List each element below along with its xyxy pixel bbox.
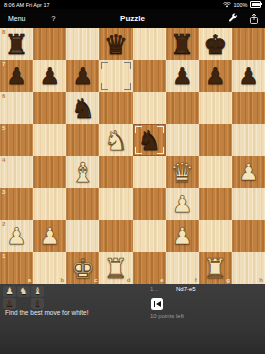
square-c6[interactable]: ♞ <box>66 92 99 124</box>
rank-label-3: 3 <box>2 189 5 195</box>
square-a5[interactable]: 5 <box>0 124 33 156</box>
square-g1[interactable]: g♜ <box>199 252 232 284</box>
share-icon[interactable] <box>249 13 259 25</box>
piece-black-knight-e5[interactable]: ♞ <box>133 124 166 156</box>
piece-white-pawn-f2[interactable]: ♟ <box>166 220 199 252</box>
square-h7[interactable]: ♟ <box>232 60 265 92</box>
square-e3[interactable] <box>133 188 166 220</box>
square-f3[interactable]: ♟ <box>166 188 199 220</box>
piece-white-pawn-a2[interactable]: ♟ <box>0 220 33 252</box>
square-f5[interactable] <box>166 124 199 156</box>
square-e6[interactable] <box>133 92 166 124</box>
square-e2[interactable] <box>133 220 166 252</box>
square-b3[interactable] <box>33 188 66 220</box>
settings-wrench-icon[interactable] <box>227 13 238 24</box>
piece-black-pawn-c7[interactable]: ♟ <box>66 60 99 92</box>
skip-to-start-button[interactable] <box>151 298 163 310</box>
square-h6[interactable] <box>232 92 265 124</box>
square-g8[interactable]: ♚ <box>199 28 232 60</box>
square-d8[interactable]: ♛ <box>99 28 132 60</box>
battery-percent-label: 100% <box>233 2 247 8</box>
piece-white-pawn-f3[interactable]: ♟ <box>166 188 199 220</box>
square-f2[interactable]: ♟ <box>166 220 199 252</box>
square-e4[interactable] <box>133 156 166 188</box>
square-a6[interactable]: 6 <box>0 92 33 124</box>
square-d3[interactable] <box>99 188 132 220</box>
app-screen: 8:06 AM Fri Apr 17 100% Menu ? Puzzle <box>0 0 265 354</box>
square-a1[interactable]: 1a <box>0 252 33 284</box>
menu-button[interactable]: Menu <box>8 15 26 22</box>
piece-black-pawn-a7[interactable]: ♟ <box>0 60 33 92</box>
piece-black-rook-f8[interactable]: ♜ <box>166 28 199 60</box>
captured-white-knight: ♞ <box>17 286 30 297</box>
square-a8[interactable]: 8♜ <box>0 28 33 60</box>
square-g5[interactable] <box>199 124 232 156</box>
square-a4[interactable]: 4 <box>0 156 33 188</box>
rank-label-1: 1 <box>2 253 5 259</box>
piece-white-king-c1[interactable]: ♚ <box>66 252 99 284</box>
square-c3[interactable] <box>66 188 99 220</box>
square-b1[interactable]: b <box>33 252 66 284</box>
square-g4[interactable] <box>199 156 232 188</box>
square-g2[interactable] <box>199 220 232 252</box>
skip-triangle-icon <box>156 301 161 307</box>
square-c1[interactable]: c♚ <box>66 252 99 284</box>
last-move-from-marker <box>101 62 130 90</box>
square-a2[interactable]: 2♟ <box>0 220 33 252</box>
rank-label-5: 5 <box>2 125 5 131</box>
square-d2[interactable] <box>99 220 132 252</box>
piece-black-king-g8[interactable]: ♚ <box>199 28 232 60</box>
file-label-a: a <box>28 277 31 283</box>
square-c5[interactable] <box>66 124 99 156</box>
square-e1[interactable]: e <box>133 252 166 284</box>
piece-black-queen-d8[interactable]: ♛ <box>99 28 132 60</box>
last-move-text[interactable]: Nd7-e5 <box>176 286 196 292</box>
nav-bar: Menu ? Puzzle <box>0 9 265 28</box>
square-f8[interactable]: ♜ <box>166 28 199 60</box>
piece-white-rook-g1[interactable]: ♜ <box>199 252 232 284</box>
puzzle-prompt: Find the best move for white! <box>5 309 88 316</box>
battery-icon <box>250 1 261 8</box>
captured-white-pawn: ♟ <box>3 286 16 297</box>
piece-black-pawn-g7[interactable]: ♟ <box>199 60 232 92</box>
captured-white-bishop: ♝ <box>31 286 44 297</box>
chess-board: 8♜♛♜♚7♟♟♟♟♟♟6♞5♞♞4♝♛♟3♟2♟♟♟1abc♚d♜efg♜h <box>0 28 265 284</box>
square-d6[interactable] <box>99 92 132 124</box>
square-d5[interactable]: ♞ <box>99 124 132 156</box>
square-f7[interactable]: ♟ <box>166 60 199 92</box>
square-g6[interactable] <box>199 92 232 124</box>
square-b8[interactable] <box>33 28 66 60</box>
square-f1[interactable]: f <box>166 252 199 284</box>
square-e7[interactable] <box>133 60 166 92</box>
status-bar: 8:06 AM Fri Apr 17 100% <box>0 0 265 9</box>
square-c7[interactable]: ♟ <box>66 60 99 92</box>
square-h3[interactable] <box>232 188 265 220</box>
piece-white-knight-d5[interactable]: ♞ <box>99 124 132 156</box>
points-left-label: 10 points left <box>150 313 184 319</box>
square-c8[interactable] <box>66 28 99 60</box>
square-d4[interactable] <box>99 156 132 188</box>
piece-white-pawn-h4[interactable]: ♟ <box>232 156 265 188</box>
captured-pieces-tray: ♟♞♝♟♝ <box>3 286 44 309</box>
piece-black-rook-a8[interactable]: ♜ <box>0 28 33 60</box>
file-label-h: h <box>259 277 263 283</box>
clock-date-label: 8:06 AM Fri Apr 17 <box>4 2 50 8</box>
square-g7[interactable]: ♟ <box>199 60 232 92</box>
file-label-f: f <box>195 277 197 283</box>
wifi-icon <box>223 2 231 8</box>
bottom-panel: ♟♞♝♟♝ Find the best move for white! 1...… <box>0 284 265 354</box>
square-e8[interactable] <box>133 28 166 60</box>
captured-black-pawn: ♟ <box>3 298 16 309</box>
square-h4[interactable]: ♟ <box>232 156 265 188</box>
piece-white-pawn-b2[interactable]: ♟ <box>33 220 66 252</box>
square-e5[interactable]: ♞ <box>133 124 166 156</box>
square-h2[interactable] <box>232 220 265 252</box>
file-label-b: b <box>61 277 65 283</box>
black-pawn-icon: ♟ <box>5 299 13 308</box>
piece-black-pawn-f7[interactable]: ♟ <box>166 60 199 92</box>
square-c4[interactable]: ♝ <box>66 156 99 188</box>
square-b7[interactable]: ♟ <box>33 60 66 92</box>
piece-black-pawn-h7[interactable]: ♟ <box>232 60 265 92</box>
piece-white-queen-f4[interactable]: ♛ <box>166 156 199 188</box>
page-title: Puzzle <box>120 14 145 23</box>
square-h1[interactable]: h <box>232 252 265 284</box>
file-label-e: e <box>160 277 163 283</box>
square-d1[interactable]: d♜ <box>99 252 132 284</box>
square-b2[interactable]: ♟ <box>33 220 66 252</box>
piece-black-knight-c6[interactable]: ♞ <box>66 92 99 124</box>
square-b5[interactable] <box>33 124 66 156</box>
white-bishop-icon: ♝ <box>33 287 41 296</box>
captured-empty-slot <box>17 298 30 309</box>
square-h8[interactable] <box>232 28 265 60</box>
square-h5[interactable] <box>232 124 265 156</box>
square-b6[interactable] <box>33 92 66 124</box>
square-a3[interactable]: 3 <box>0 188 33 220</box>
piece-white-rook-d1[interactable]: ♜ <box>99 252 132 284</box>
square-f6[interactable] <box>166 92 199 124</box>
help-button[interactable]: ? <box>52 15 56 22</box>
rank-label-6: 6 <box>2 93 5 99</box>
rank-label-4: 4 <box>2 157 5 163</box>
white-knight-icon: ♞ <box>19 287 27 296</box>
square-a7[interactable]: 7♟ <box>0 60 33 92</box>
square-f4[interactable]: ♛ <box>166 156 199 188</box>
square-b4[interactable] <box>33 156 66 188</box>
square-c2[interactable] <box>66 220 99 252</box>
square-g3[interactable] <box>199 188 232 220</box>
captured-black-bishop: ♝ <box>31 298 44 309</box>
piece-white-bishop-c4[interactable]: ♝ <box>66 156 99 188</box>
white-pawn-icon: ♟ <box>5 287 13 296</box>
move-number-label: 1... <box>150 286 158 292</box>
square-d7[interactable] <box>99 60 132 92</box>
piece-black-pawn-b7[interactable]: ♟ <box>33 60 66 92</box>
black-bishop-icon: ♝ <box>33 299 41 308</box>
